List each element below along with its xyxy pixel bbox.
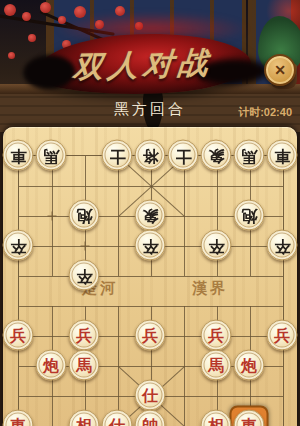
title-banner: 双人对战	[34, 30, 252, 98]
piece-glyph: 仕	[109, 417, 125, 426]
piece-black-士[interactable]: 士	[168, 140, 199, 171]
piece-red-馬[interactable]: 馬	[201, 350, 232, 381]
river-label-right: 漢界	[192, 279, 228, 298]
piece-glyph: 将	[142, 147, 158, 163]
piece-glyph: 車	[241, 417, 257, 426]
piece-black-象[interactable]: 象	[201, 140, 232, 171]
piece-glyph: 車	[274, 147, 290, 163]
piece-black-士[interactable]: 士	[102, 140, 133, 171]
piece-glyph: 車	[10, 147, 26, 163]
piece-red-炮[interactable]: 炮	[36, 350, 67, 381]
piece-glyph: 馬	[241, 147, 257, 163]
piece-glyph: 兵	[142, 327, 158, 343]
game-screen: 双人对战 ✕ 黑方回合 计时:02:40 楚河 漢界 車馬士将士象馬車炮象炮卒卒…	[0, 0, 300, 426]
piece-glyph: 卒	[274, 237, 290, 253]
piece-glyph: 兵	[76, 327, 92, 343]
piece-glyph: 馬	[208, 357, 224, 373]
piece-black-卒[interactable]: 卒	[201, 230, 232, 261]
piece-black-炮[interactable]: 炮	[69, 200, 100, 231]
piece-black-卒[interactable]: 卒	[69, 260, 100, 291]
piece-glyph: 士	[109, 147, 125, 163]
piece-glyph: 炮	[241, 207, 257, 223]
piece-glyph: 炮	[43, 357, 59, 373]
piece-black-卒[interactable]: 卒	[267, 230, 298, 261]
plum-blossom-decoration	[8, 52, 15, 59]
plum-blossom-decoration	[40, 2, 51, 13]
close-button[interactable]: ✕	[264, 54, 296, 86]
piece-glyph: 兵	[208, 327, 224, 343]
piece-red-兵[interactable]: 兵	[69, 320, 100, 351]
piece-glyph: 卒	[10, 237, 26, 253]
piece-red-兵[interactable]: 兵	[135, 320, 166, 351]
piece-glyph: 炮	[241, 357, 257, 373]
xiangqi-board[interactable]: 楚河 漢界 車馬士将士象馬車炮象炮卒卒卒卒卒兵兵兵兵兵炮馬馬炮仕車相仕帥相車	[3, 127, 297, 426]
position-marker	[81, 242, 90, 251]
close-icon: ✕	[274, 62, 286, 78]
piece-glyph: 卒	[208, 237, 224, 253]
piece-black-卒[interactable]: 卒	[135, 230, 166, 261]
piece-glyph: 卒	[142, 237, 158, 253]
piece-glyph: 相	[76, 417, 92, 426]
plum-blossom-decoration	[4, 4, 16, 16]
piece-red-馬[interactable]: 馬	[69, 350, 100, 381]
grid-line	[19, 276, 283, 277]
piece-black-車[interactable]: 車	[3, 140, 34, 171]
piece-glyph: 馬	[76, 357, 92, 373]
piece-red-兵[interactable]: 兵	[3, 320, 34, 351]
piece-glyph: 帥	[142, 417, 158, 426]
piece-red-兵[interactable]: 兵	[267, 320, 298, 351]
piece-glyph: 卒	[76, 267, 92, 283]
piece-red-仕[interactable]: 仕	[135, 380, 166, 411]
piece-black-象[interactable]: 象	[135, 200, 166, 231]
plum-blossom-decoration	[22, 12, 31, 21]
piece-glyph: 仕	[142, 387, 158, 403]
piece-glyph: 兵	[274, 327, 290, 343]
piece-black-卒[interactable]: 卒	[3, 230, 34, 261]
piece-glyph: 士	[175, 147, 191, 163]
piece-glyph: 相	[208, 417, 224, 426]
piece-black-将[interactable]: 将	[135, 140, 166, 171]
piece-black-馬[interactable]: 馬	[36, 140, 67, 171]
piece-glyph: 炮	[76, 207, 92, 223]
piece-red-炮[interactable]: 炮	[234, 350, 265, 381]
piece-glyph: 兵	[10, 327, 26, 343]
piece-glyph: 象	[208, 147, 224, 163]
piece-black-車[interactable]: 車	[267, 140, 298, 171]
piece-glyph: 車	[10, 417, 26, 426]
position-marker	[48, 212, 57, 221]
piece-glyph: 馬	[43, 147, 59, 163]
piece-glyph: 象	[142, 207, 158, 223]
piece-black-馬[interactable]: 馬	[234, 140, 265, 171]
piece-red-兵[interactable]: 兵	[201, 320, 232, 351]
piece-black-炮[interactable]: 炮	[234, 200, 265, 231]
page-title: 双人对战	[33, 41, 252, 90]
timer-label: 计时:02:40	[238, 105, 292, 120]
